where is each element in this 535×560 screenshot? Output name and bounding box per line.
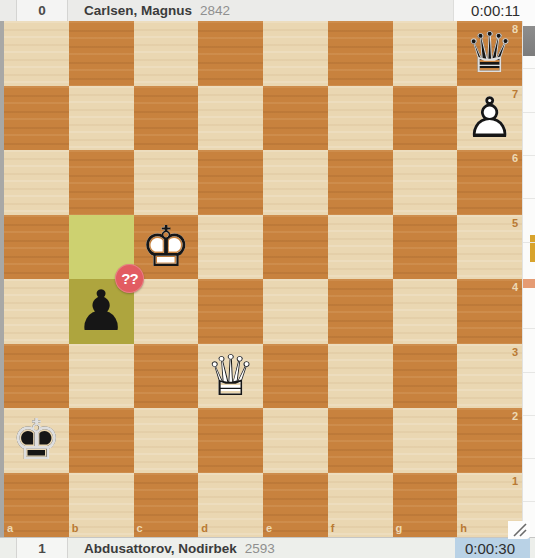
square-g1[interactable]: g (393, 473, 458, 538)
square-b3[interactable] (69, 344, 134, 409)
square-g5[interactable] (393, 215, 458, 280)
file-label-f: f (331, 523, 335, 534)
resize-grip-icon[interactable] (508, 521, 530, 539)
square-e2[interactable] (263, 408, 328, 473)
square-d3[interactable]: ♛♕ (198, 344, 263, 409)
square-b7[interactable] (69, 86, 134, 151)
square-a5[interactable] (4, 215, 69, 280)
rank-label-5: 5 (512, 218, 518, 229)
square-d4[interactable] (198, 279, 263, 344)
square-b8[interactable] (69, 21, 134, 86)
square-d1[interactable]: d (198, 473, 263, 538)
side-panel-row-separator (523, 112, 535, 113)
side-panel-row-separator (523, 415, 535, 416)
rank-label-2: 2 (512, 411, 518, 422)
broadcast-board-widget: 0 Carlsen, Magnus 2842 0:00:11 8♛♕7♟♙6♚♔… (0, 0, 535, 560)
square-e7[interactable] (263, 86, 328, 151)
square-f6[interactable] (328, 150, 393, 215)
square-c3[interactable] (134, 344, 199, 409)
side-panel-row-separator (523, 68, 535, 69)
bottom-player-result: 1 (16, 538, 68, 558)
side-panel-row-separator (523, 155, 535, 156)
chess-board[interactable]: 8♛♕7♟♙6♚♔5♟4♛♕3♚♔2abcdefgh1?? (4, 21, 522, 537)
top-player-clock: 0:00:11 (453, 0, 535, 21)
square-h7[interactable]: 7♟♙ (457, 86, 522, 151)
square-d6[interactable] (198, 150, 263, 215)
square-e5[interactable] (263, 215, 328, 280)
square-a1[interactable]: a (4, 473, 69, 538)
rank-label-1: 1 (512, 476, 518, 487)
top-player-bar: 0 Carlsen, Magnus 2842 0:00:11 (0, 0, 535, 22)
square-e6[interactable] (263, 150, 328, 215)
bottom-player-name: Abdusattorov, Nodirbek (84, 541, 237, 556)
square-g4[interactable] (393, 279, 458, 344)
square-h5[interactable]: 5 (457, 215, 522, 280)
side-panel-highlight-row (523, 279, 535, 288)
square-f7[interactable] (328, 86, 393, 151)
square-g8[interactable] (393, 21, 458, 86)
square-c1[interactable]: c (134, 473, 199, 538)
square-e3[interactable] (263, 344, 328, 409)
side-panel-row-separator (523, 372, 535, 373)
square-c5[interactable]: ♚♔ (134, 215, 199, 280)
rank-label-6: 6 (512, 153, 518, 164)
side-panel-row-separator (523, 242, 535, 243)
square-a8[interactable] (4, 21, 69, 86)
square-e8[interactable] (263, 21, 328, 86)
file-label-a: a (7, 523, 13, 534)
square-d2[interactable] (198, 408, 263, 473)
top-player-rating: 2842 (200, 3, 230, 18)
square-g7[interactable] (393, 86, 458, 151)
square-c2[interactable] (134, 408, 199, 473)
piece-white-queen-d3[interactable]: ♛♕ (198, 344, 263, 409)
rank-label-3: 3 (512, 347, 518, 358)
rank-label-4: 4 (512, 282, 518, 293)
square-a2[interactable]: ♚♔ (4, 408, 69, 473)
bottom-player-clock: 0:00:30 (455, 538, 530, 558)
square-a4[interactable] (4, 279, 69, 344)
square-g6[interactable] (393, 150, 458, 215)
rank-label-8: 8 (512, 24, 518, 35)
square-c8[interactable] (134, 21, 199, 86)
file-label-c: c (137, 523, 143, 534)
file-label-d: d (201, 523, 208, 534)
side-panel-gold-marker (530, 235, 535, 262)
square-g3[interactable] (393, 344, 458, 409)
scrollbar-thumb[interactable] (523, 26, 535, 56)
square-a6[interactable] (4, 150, 69, 215)
square-c6[interactable] (134, 150, 199, 215)
square-c7[interactable] (134, 86, 199, 151)
file-label-h: h (460, 523, 467, 534)
file-label-b: b (72, 523, 79, 534)
bottom-player-rating: 2593 (245, 541, 275, 556)
square-h6[interactable]: 6 (457, 150, 522, 215)
square-h8[interactable]: 8♛♕ (457, 21, 522, 86)
square-f4[interactable] (328, 279, 393, 344)
square-h4[interactable]: 4 (457, 279, 522, 344)
square-b6[interactable] (69, 150, 134, 215)
side-panel-row-separator (523, 198, 535, 199)
side-panel-row-separator (523, 328, 535, 329)
side-panel-sliver (522, 21, 535, 537)
square-c4[interactable] (134, 279, 199, 344)
square-f3[interactable] (328, 344, 393, 409)
square-h3[interactable]: 3 (457, 344, 522, 409)
square-f2[interactable] (328, 408, 393, 473)
side-panel-row-separator (523, 501, 535, 502)
blunder-annotation-badge: ?? (115, 264, 144, 293)
square-e4[interactable] (263, 279, 328, 344)
square-a7[interactable] (4, 86, 69, 151)
square-b2[interactable] (69, 408, 134, 473)
square-f8[interactable] (328, 21, 393, 86)
square-g2[interactable] (393, 408, 458, 473)
file-label-e: e (266, 523, 272, 534)
file-label-g: g (396, 523, 403, 534)
square-d5[interactable] (198, 215, 263, 280)
square-d7[interactable] (198, 86, 263, 151)
top-player-name: Carlsen, Magnus (84, 3, 192, 18)
rank-label-7: 7 (512, 89, 518, 100)
piece-black-king-a2[interactable]: ♚♔ (4, 408, 69, 473)
top-player-result: 0 (16, 0, 68, 21)
bottom-player-bar: 1 Abdusattorov, Nodirbek 2593 0:00:30 (0, 537, 535, 559)
square-h2[interactable]: 2 (457, 408, 522, 473)
square-e1[interactable]: e (263, 473, 328, 538)
side-panel-row-separator (523, 458, 535, 459)
square-f5[interactable] (328, 215, 393, 280)
square-b1[interactable]: b (69, 473, 134, 538)
square-f1[interactable]: f (328, 473, 393, 538)
square-a3[interactable] (4, 344, 69, 409)
piece-white-king-c5[interactable]: ♚♔ (134, 215, 199, 280)
square-d8[interactable] (198, 21, 263, 86)
